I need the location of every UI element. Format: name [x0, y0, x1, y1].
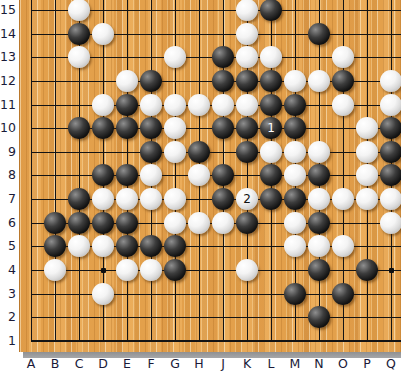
stone-black-L15 — [260, 0, 282, 21]
stone-white-Q7 — [380, 188, 401, 210]
stone-black-M11 — [284, 94, 306, 116]
stone-white-D11 — [92, 94, 114, 116]
stone-white-D14 — [92, 23, 114, 45]
col-label-A: A — [19, 356, 43, 372]
col-label-D: D — [91, 356, 115, 372]
stone-white-E7 — [116, 188, 138, 210]
stone-white-O7 — [332, 188, 354, 210]
stone-white-G11 — [164, 94, 186, 116]
stone-black-K9 — [236, 141, 258, 163]
stone-white-E4 — [116, 259, 138, 281]
row-label-9: 9 — [0, 144, 16, 160]
stone-black-M7 — [284, 188, 306, 210]
stone-white-D3 — [92, 283, 114, 305]
stone-black-J12 — [212, 70, 234, 92]
stone-white-E12 — [116, 70, 138, 92]
stone-black-C6 — [68, 212, 90, 234]
stone-white-P7 — [356, 188, 378, 210]
stone-white-F7 — [140, 188, 162, 210]
stone-white-K15 — [236, 0, 258, 21]
row-label-10: 10 — [0, 120, 16, 136]
stone-white-J11 — [212, 94, 234, 116]
stone-white-B4 — [44, 259, 66, 281]
stone-black-N4 — [308, 259, 330, 281]
row-label-1: 1 — [0, 333, 16, 349]
stone-white-Q6 — [380, 212, 401, 234]
col-label-O: O — [331, 356, 355, 372]
stone-black-F9 — [140, 141, 162, 163]
row-label-15: 15 — [0, 2, 16, 18]
stone-white-G6 — [164, 212, 186, 234]
stone-black-C14 — [68, 23, 90, 45]
row-label-6: 6 — [0, 215, 16, 231]
stone-white-F11 — [140, 94, 162, 116]
grid-line-row-4 — [31, 270, 401, 271]
stone-white-K7-move-2: 2 — [236, 188, 258, 210]
col-label-F: F — [139, 356, 163, 372]
col-label-H: H — [187, 356, 211, 372]
stone-white-H11 — [188, 94, 210, 116]
col-label-E: E — [115, 356, 139, 372]
go-board-screen: 12 151413121110987654321 ABCDEFGHJKLMNOP… — [0, 0, 401, 380]
stone-white-M6 — [284, 212, 306, 234]
grid-line-A — [31, 0, 32, 342]
stone-white-K4 — [236, 259, 258, 281]
row-label-5: 5 — [0, 238, 16, 254]
stone-black-N6 — [308, 212, 330, 234]
stone-black-Q9 — [380, 141, 401, 163]
col-label-B: B — [43, 356, 67, 372]
col-label-L: L — [259, 356, 283, 372]
stone-white-P9 — [356, 141, 378, 163]
row-label-11: 11 — [0, 97, 16, 113]
stone-black-O12 — [332, 70, 354, 92]
row-label-3: 3 — [0, 286, 16, 302]
stone-black-K12 — [236, 70, 258, 92]
stone-black-C7 — [68, 188, 90, 210]
stone-black-G4 — [164, 259, 186, 281]
stone-white-K14 — [236, 23, 258, 45]
stone-black-O3 — [332, 283, 354, 305]
col-label-Q: Q — [379, 356, 401, 372]
stone-white-G7 — [164, 188, 186, 210]
stone-white-L9 — [260, 141, 282, 163]
stone-black-H9 — [188, 141, 210, 163]
stone-white-J6 — [212, 212, 234, 234]
stone-black-F12 — [140, 70, 162, 92]
stone-white-F4 — [140, 259, 162, 281]
star-point-Q4 — [389, 268, 394, 273]
stone-white-C15 — [68, 0, 90, 21]
col-label-N: N — [307, 356, 331, 372]
row-label-2: 2 — [0, 309, 16, 325]
stone-black-J7 — [212, 188, 234, 210]
col-label-J: J — [211, 356, 235, 372]
stone-black-Q10 — [380, 117, 401, 139]
stone-black-Q8 — [380, 164, 401, 186]
stone-white-M9 — [284, 141, 306, 163]
grid-line-row-1 — [31, 340, 401, 342]
grid-line-row-2 — [31, 317, 401, 318]
move-number-label: 1 — [267, 122, 275, 134]
stone-black-K6 — [236, 212, 258, 234]
stone-black-E11 — [116, 94, 138, 116]
stone-black-E6 — [116, 212, 138, 234]
move-number-label: 2 — [243, 193, 251, 205]
row-label-4: 4 — [0, 262, 16, 278]
row-label-13: 13 — [0, 49, 16, 65]
stone-white-H6 — [188, 212, 210, 234]
stone-black-M3 — [284, 283, 306, 305]
grid-line-B — [55, 0, 56, 342]
stone-black-N14 — [308, 23, 330, 45]
stone-white-G9 — [164, 141, 186, 163]
row-label-12: 12 — [0, 73, 16, 89]
col-label-P: P — [355, 356, 379, 372]
stone-black-L12 — [260, 70, 282, 92]
stone-white-D7 — [92, 188, 114, 210]
row-label-7: 7 — [0, 191, 16, 207]
stone-white-N9 — [308, 141, 330, 163]
stone-white-M12 — [284, 70, 306, 92]
stone-white-Q11 — [380, 94, 401, 116]
stone-white-N12 — [308, 70, 330, 92]
stone-black-L11 — [260, 94, 282, 116]
stone-white-Q12 — [380, 70, 401, 92]
stone-black-L7 — [260, 188, 282, 210]
col-label-M: M — [283, 356, 307, 372]
row-label-8: 8 — [0, 167, 16, 183]
col-label-K: K — [235, 356, 259, 372]
stone-white-N7 — [308, 188, 330, 210]
row-label-14: 14 — [0, 26, 16, 42]
stone-black-P4 — [356, 259, 378, 281]
star-point-D4 — [101, 268, 106, 273]
col-label-C: C — [67, 356, 91, 372]
stone-white-K11 — [236, 94, 258, 116]
stone-black-B6 — [44, 212, 66, 234]
stone-black-D6 — [92, 212, 114, 234]
grid-line-row-9 — [31, 152, 401, 153]
stone-white-O11 — [332, 94, 354, 116]
col-label-G: G — [163, 356, 187, 372]
